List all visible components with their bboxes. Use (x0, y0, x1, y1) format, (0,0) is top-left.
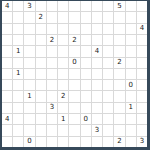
cell-r8c13[interactable] (137, 80, 147, 90)
cell-r4c8[interactable] (81, 35, 91, 45)
cell-r13c9[interactable] (92, 137, 102, 147)
cell-r9c5[interactable] (47, 91, 57, 101)
cell-r4c11[interactable] (114, 35, 124, 45)
cell-r9c11[interactable] (114, 91, 124, 101)
clue-number: 3 (140, 138, 144, 145)
cell-r9c2[interactable] (13, 91, 23, 101)
clue-number: 2 (117, 138, 121, 145)
cell-r10c10[interactable] (103, 103, 113, 113)
cell-r8c8[interactable] (81, 80, 91, 90)
cell-r12c5[interactable] (47, 125, 57, 135)
cell-r8c2[interactable] (13, 80, 23, 90)
cell-r12c4[interactable] (36, 125, 46, 135)
cell-r1c12[interactable] (126, 1, 136, 11)
cell-r9c9[interactable] (92, 91, 102, 101)
cell-r3c5[interactable] (47, 24, 57, 34)
cell-r8c7[interactable] (69, 80, 79, 90)
cell-r9c12[interactable] (126, 91, 136, 101)
cell-r4c4[interactable] (36, 35, 46, 45)
cell-r3c6[interactable] (58, 24, 68, 34)
cell-r7c11[interactable] (114, 69, 124, 79)
cell-r5c9[interactable]: 4 (92, 46, 102, 56)
cell-r12c12[interactable] (126, 125, 136, 135)
cell-r5c13[interactable] (137, 46, 147, 56)
clue-number: 0 (128, 81, 132, 88)
cell-r12c1[interactable] (2, 125, 12, 135)
puzzle-board: 435242214021012314103023 (0, 0, 150, 150)
cell-r7c10[interactable] (103, 69, 113, 79)
cell-r12c2[interactable] (13, 125, 23, 135)
cell-r10c7[interactable] (69, 103, 79, 113)
cell-r11c1[interactable]: 4 (2, 114, 12, 124)
cell-r10c6[interactable] (58, 103, 68, 113)
cell-r9c3[interactable]: 1 (24, 91, 34, 101)
cell-r6c3[interactable] (24, 58, 34, 68)
clue-number: 3 (50, 104, 54, 111)
cell-r3c1[interactable] (2, 24, 12, 34)
cell-r12c10[interactable] (103, 125, 113, 135)
cell-r11c8[interactable]: 0 (81, 114, 91, 124)
cell-r2c1[interactable] (2, 12, 12, 22)
cell-r4c1[interactable] (2, 35, 12, 45)
cell-r4c5[interactable]: 2 (47, 35, 57, 45)
cell-r3c2[interactable] (13, 24, 23, 34)
clue-number: 0 (72, 59, 76, 66)
cell-r2c8[interactable] (81, 12, 91, 22)
cell-r1c9[interactable] (92, 1, 102, 11)
cell-r8c9[interactable] (92, 80, 102, 90)
cell-r9c6[interactable]: 2 (58, 91, 68, 101)
cell-r1c4[interactable] (36, 1, 46, 11)
cell-r6c9[interactable] (92, 58, 102, 68)
cell-r7c13[interactable] (137, 69, 147, 79)
cell-r12c11[interactable] (114, 125, 124, 135)
cell-r4c13[interactable] (137, 35, 147, 45)
cell-r10c8[interactable] (81, 103, 91, 113)
cell-r10c9[interactable] (92, 103, 102, 113)
cell-r2c2[interactable] (13, 12, 23, 22)
cell-r7c12[interactable] (126, 69, 136, 79)
cell-r13c2[interactable] (13, 137, 23, 147)
clue-number: 3 (95, 127, 99, 134)
cell-r2c6[interactable] (58, 12, 68, 22)
clue-number: 1 (16, 70, 20, 77)
clue-number: 1 (61, 115, 65, 122)
cell-r12c13[interactable] (137, 125, 147, 135)
cell-r3c7[interactable] (69, 24, 79, 34)
cell-r5c5[interactable] (47, 46, 57, 56)
cell-r1c8[interactable] (81, 1, 91, 11)
cell-r1c5[interactable] (47, 1, 57, 11)
cell-r5c4[interactable] (36, 46, 46, 56)
cell-r8c1[interactable] (2, 80, 12, 90)
cell-r11c6[interactable]: 1 (58, 114, 68, 124)
cell-r10c4[interactable] (36, 103, 46, 113)
clue-number: 2 (61, 93, 65, 100)
cell-r8c12[interactable]: 0 (126, 80, 136, 90)
cell-r8c11[interactable] (114, 80, 124, 90)
cell-r9c10[interactable] (103, 91, 113, 101)
clue-number: 4 (95, 47, 99, 54)
cell-r7c6[interactable] (58, 69, 68, 79)
cell-r1c11[interactable]: 5 (114, 1, 124, 11)
clue-number: 4 (5, 115, 9, 122)
cell-r2c13[interactable] (137, 12, 147, 22)
cell-r4c7[interactable]: 2 (69, 35, 79, 45)
cell-r4c9[interactable] (92, 35, 102, 45)
cell-r7c3[interactable] (24, 69, 34, 79)
cell-r11c5[interactable] (47, 114, 57, 124)
cell-r12c6[interactable] (58, 125, 68, 135)
cell-r9c8[interactable] (81, 91, 91, 101)
cell-r6c10[interactable] (103, 58, 113, 68)
cell-r13c8[interactable] (81, 137, 91, 147)
cell-r11c3[interactable] (24, 114, 34, 124)
cell-r8c3[interactable] (24, 80, 34, 90)
cell-r6c4[interactable] (36, 58, 46, 68)
cell-r1c6[interactable] (58, 1, 68, 11)
cell-r12c3[interactable] (24, 125, 34, 135)
cell-r13c6[interactable] (58, 137, 68, 147)
cell-r5c12[interactable] (126, 46, 136, 56)
cell-r5c8[interactable] (81, 46, 91, 56)
cell-r3c13[interactable]: 4 (137, 24, 147, 34)
cell-r9c4[interactable] (36, 91, 46, 101)
cell-r1c10[interactable] (103, 1, 113, 11)
cell-r2c3[interactable] (24, 12, 34, 22)
cell-r6c6[interactable] (58, 58, 68, 68)
cell-r8c10[interactable] (103, 80, 113, 90)
clue-number: 1 (27, 93, 31, 100)
cell-r10c11[interactable] (114, 103, 124, 113)
cell-r11c10[interactable] (103, 114, 113, 124)
clue-number: 0 (27, 138, 31, 145)
cell-r5c2[interactable]: 1 (13, 46, 23, 56)
cell-r2c7[interactable] (69, 12, 79, 22)
cell-r6c5[interactable] (47, 58, 57, 68)
cell-r1c13[interactable] (137, 1, 147, 11)
cell-r11c2[interactable] (13, 114, 23, 124)
cell-r6c12[interactable] (126, 58, 136, 68)
cell-r4c6[interactable] (58, 35, 68, 45)
clue-number: 2 (39, 13, 43, 20)
cell-r6c13[interactable] (137, 58, 147, 68)
cell-r6c7[interactable]: 0 (69, 58, 79, 68)
cell-r5c7[interactable] (69, 46, 79, 56)
cell-r12c7[interactable] (69, 125, 79, 135)
cell-r11c4[interactable] (36, 114, 46, 124)
cell-r4c3[interactable] (24, 35, 34, 45)
cell-r13c13[interactable]: 3 (137, 137, 147, 147)
cell-r13c11[interactable]: 2 (114, 137, 124, 147)
cell-r7c1[interactable] (2, 69, 12, 79)
cell-r3c8[interactable] (81, 24, 91, 34)
cell-r11c12[interactable] (126, 114, 136, 124)
cell-r2c9[interactable] (92, 12, 102, 22)
cell-r7c5[interactable] (47, 69, 57, 79)
clue-number: 2 (50, 36, 54, 43)
clue-number: 2 (72, 36, 76, 43)
cell-r10c5[interactable]: 3 (47, 103, 57, 113)
cell-r2c10[interactable] (103, 12, 113, 22)
cell-r3c11[interactable] (114, 24, 124, 34)
cell-r10c13[interactable] (137, 103, 147, 113)
cell-r13c3[interactable]: 0 (24, 137, 34, 147)
cell-r8c6[interactable] (58, 80, 68, 90)
cell-r11c9[interactable] (92, 114, 102, 124)
cell-r9c1[interactable] (2, 91, 12, 101)
cell-r2c11[interactable] (114, 12, 124, 22)
cell-r10c3[interactable] (24, 103, 34, 113)
cell-r13c4[interactable] (36, 137, 46, 147)
cell-r3c9[interactable] (92, 24, 102, 34)
cell-r3c12[interactable] (126, 24, 136, 34)
cell-r9c13[interactable] (137, 91, 147, 101)
cell-r11c11[interactable] (114, 114, 124, 124)
cell-r7c7[interactable] (69, 69, 79, 79)
cell-r10c2[interactable] (13, 103, 23, 113)
cell-r3c10[interactable] (103, 24, 113, 34)
clue-number: 4 (5, 2, 9, 9)
cell-r13c12[interactable] (126, 137, 136, 147)
clue-number: 0 (83, 115, 87, 122)
cell-r3c4[interactable] (36, 24, 46, 34)
cell-r5c10[interactable] (103, 46, 113, 56)
cell-r8c5[interactable] (47, 80, 57, 90)
cell-r5c3[interactable] (24, 46, 34, 56)
clue-number: 1 (16, 47, 20, 54)
clue-number: 2 (117, 59, 121, 66)
cell-r9c7[interactable] (69, 91, 79, 101)
cell-r13c5[interactable] (47, 137, 57, 147)
cell-r2c4[interactable]: 2 (36, 12, 46, 22)
cell-r10c12[interactable]: 1 (126, 103, 136, 113)
cell-r4c10[interactable] (103, 35, 113, 45)
clue-number: 1 (128, 104, 132, 111)
cell-r5c6[interactable] (58, 46, 68, 56)
clue-number: 4 (140, 25, 144, 32)
cell-r6c11[interactable]: 2 (114, 58, 124, 68)
cell-r1c1[interactable]: 4 (2, 1, 12, 11)
cell-r12c9[interactable]: 3 (92, 125, 102, 135)
cell-r6c1[interactable] (2, 58, 12, 68)
cell-r1c2[interactable] (13, 1, 23, 11)
cell-r4c2[interactable] (13, 35, 23, 45)
cell-r7c8[interactable] (81, 69, 91, 79)
cell-r13c7[interactable] (69, 137, 79, 147)
cell-r4c12[interactable] (126, 35, 136, 45)
clue-number: 5 (117, 2, 121, 9)
cell-r1c3[interactable]: 3 (24, 1, 34, 11)
cell-r12c8[interactable] (81, 125, 91, 135)
cell-r6c2[interactable] (13, 58, 23, 68)
cell-r8c4[interactable] (36, 80, 46, 90)
cell-r2c12[interactable] (126, 12, 136, 22)
cell-r7c9[interactable] (92, 69, 102, 79)
cell-r10c1[interactable] (2, 103, 12, 113)
cell-r13c10[interactable] (103, 137, 113, 147)
clue-number: 3 (27, 2, 31, 9)
cell-r5c11[interactable] (114, 46, 124, 56)
cell-r13c1[interactable] (2, 137, 12, 147)
cell-r6c8[interactable] (81, 58, 91, 68)
cell-r3c3[interactable] (24, 24, 34, 34)
puzzle-stage: 435242214021012314103023 (0, 0, 150, 150)
cell-r2c5[interactable] (47, 12, 57, 22)
cell-r11c7[interactable] (69, 114, 79, 124)
cell-r1c7[interactable] (69, 1, 79, 11)
cell-r7c4[interactable] (36, 69, 46, 79)
cell-r7c2[interactable]: 1 (13, 69, 23, 79)
cell-r5c1[interactable] (2, 46, 12, 56)
cell-r11c13[interactable] (137, 114, 147, 124)
